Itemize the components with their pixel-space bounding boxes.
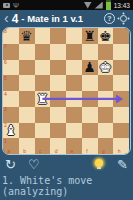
move-status: 1. White's move (analyzing) [0, 173, 133, 197]
file-label-e: e [71, 149, 74, 154]
square-h5[interactable] [113, 75, 129, 91]
rank-label-5: 5 [4, 76, 7, 81]
black-rook[interactable]: ♜ [83, 29, 96, 43]
file-label-f: f [86, 149, 87, 154]
square-a8[interactable]: 8 [3, 28, 19, 44]
camera-icon [3, 3, 10, 8]
square-b3[interactable] [19, 107, 35, 123]
square-f3[interactable] [82, 107, 98, 123]
square-g6[interactable]: ♚ [98, 60, 114, 76]
rank-label-6: 6 [4, 60, 7, 65]
square-h1[interactable]: h [113, 138, 129, 154]
square-c4[interactable]: ♜ [35, 91, 51, 107]
square-d1[interactable]: d [50, 138, 66, 154]
black-queen[interactable]: ♛ [20, 29, 33, 43]
square-a1[interactable]: 1a [3, 138, 19, 154]
rank-label-8: 8 [4, 29, 7, 34]
square-h8[interactable] [113, 28, 129, 44]
settings-gear-icon[interactable] [120, 15, 127, 22]
file-label-b: b [23, 149, 26, 154]
square-f4[interactable] [82, 91, 98, 107]
square-b4[interactable] [19, 91, 35, 107]
square-h3[interactable] [113, 107, 129, 123]
file-label-g: g [102, 149, 105, 154]
file-label-d: d [55, 149, 58, 154]
signal-icon [95, 2, 103, 9]
black-pawn[interactable]: ♟ [83, 60, 96, 74]
move-status-line2: (analyzing) [2, 186, 131, 197]
square-a6[interactable]: 6 [3, 60, 19, 76]
square-a2[interactable]: 2♝ [3, 123, 19, 139]
square-c1[interactable]: c [35, 138, 51, 154]
square-c7[interactable] [35, 44, 51, 60]
square-e5[interactable] [66, 75, 82, 91]
hint-lightbulb-icon[interactable] [95, 159, 103, 170]
title-bar: ‹ 4 - Mate in 1 v.1 ? [0, 10, 133, 27]
square-f2[interactable] [82, 123, 98, 139]
square-b6[interactable] [19, 60, 35, 76]
lightbulb-base [97, 167, 101, 169]
square-g8[interactable]: ♚ [98, 28, 114, 44]
app-screen: Ψ 13:43 ‹ 4 - Mate in 1 v.1 ? 8♛♜♚76♟♚54… [0, 0, 133, 200]
square-g2[interactable] [98, 123, 114, 139]
white-bishop[interactable]: ♝ [5, 123, 18, 137]
square-g1[interactable]: g [98, 138, 114, 154]
square-g3[interactable] [98, 107, 114, 123]
help-icon[interactable]: ? [104, 13, 115, 24]
square-g5[interactable] [98, 75, 114, 91]
square-f1[interactable]: f [82, 138, 98, 154]
puzzle-number: 4 [12, 12, 19, 26]
square-h6[interactable] [113, 60, 129, 76]
usb-icon: Ψ [13, 2, 19, 9]
square-c8[interactable] [35, 28, 51, 44]
square-f7[interactable] [82, 44, 98, 60]
square-a5[interactable]: 5 [3, 75, 19, 91]
square-h4[interactable] [113, 91, 129, 107]
chess-board: 8♛♜♚76♟♚54♜32♝1abcdefgh [3, 28, 129, 154]
square-d6[interactable] [50, 60, 66, 76]
rank-label-7: 7 [4, 44, 7, 49]
lightbulb-glass [95, 159, 103, 167]
square-g4[interactable] [98, 91, 114, 107]
square-e4[interactable] [66, 91, 82, 107]
square-b5[interactable] [19, 75, 35, 91]
square-e3[interactable] [66, 107, 82, 123]
square-f5[interactable] [82, 75, 98, 91]
android-status-bar: Ψ 13:43 [0, 0, 133, 10]
move-status-line1: 1. White's move [2, 175, 131, 186]
square-d4[interactable] [50, 91, 66, 107]
bottom-toolbar: ↻ ♡ ✎ [0, 155, 133, 173]
restart-icon[interactable]: ↻ [5, 158, 16, 171]
rank-label-4: 4 [4, 92, 7, 97]
square-c6[interactable] [35, 60, 51, 76]
white-rook[interactable]: ♜ [36, 92, 49, 106]
favorite-heart-icon[interactable]: ♡ [28, 158, 40, 171]
board-grid: 8♛♜♚76♟♚54♜32♝1abcdefgh [3, 28, 129, 154]
rank-label-1: 1 [4, 139, 7, 144]
square-d8[interactable] [50, 28, 66, 44]
square-h2[interactable] [113, 123, 129, 139]
square-b2[interactable] [19, 123, 35, 139]
square-d5[interactable] [50, 75, 66, 91]
square-e6[interactable] [66, 60, 82, 76]
square-b1[interactable]: b [19, 138, 35, 154]
square-c5[interactable] [35, 75, 51, 91]
square-d2[interactable] [50, 123, 66, 139]
battery-icon [106, 0, 111, 10]
board-panel: 8♛♜♚76♟♚54♜32♝1abcdefgh [2, 27, 131, 155]
square-e1[interactable]: e [66, 138, 82, 154]
white-king[interactable]: ♚ [99, 60, 112, 74]
square-a3[interactable]: 3 [3, 107, 19, 123]
edit-pencil-icon[interactable]: ✎ [117, 158, 128, 171]
square-e8[interactable] [66, 28, 82, 44]
black-king[interactable]: ♚ [99, 29, 112, 43]
square-d7[interactable] [50, 44, 66, 60]
square-e7[interactable] [66, 44, 82, 60]
square-g7[interactable] [98, 44, 114, 60]
page-title: - Mate in 1 v.1 [21, 13, 83, 24]
back-chevron-icon[interactable]: ‹ [4, 11, 9, 25]
file-label-c: c [39, 149, 42, 154]
square-b7[interactable] [19, 44, 35, 60]
square-e2[interactable] [66, 123, 82, 139]
square-f6[interactable]: ♟ [82, 60, 98, 76]
square-b8[interactable]: ♛ [19, 28, 35, 44]
square-h7[interactable] [113, 44, 129, 60]
rank-label-3: 3 [4, 107, 7, 112]
wifi-icon [84, 2, 92, 9]
file-label-h: h [118, 149, 121, 154]
square-c2[interactable] [35, 123, 51, 139]
square-c3[interactable] [35, 107, 51, 123]
square-d3[interactable] [50, 107, 66, 123]
status-time: 13:43 [114, 2, 130, 9]
square-a4[interactable]: 4 [3, 91, 19, 107]
square-f8[interactable]: ♜ [82, 28, 98, 44]
square-a7[interactable]: 7 [3, 44, 19, 60]
file-label-a: a [8, 149, 11, 154]
